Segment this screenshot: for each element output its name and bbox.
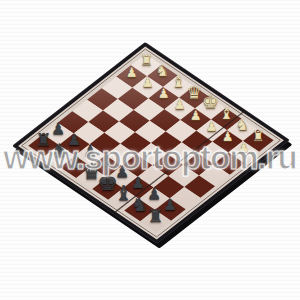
product-photo: ♜♞♝♛♚♝♞♜♟♟♟♟♟♟♟♟♟♟♟♟♟♟♟♟♜♞♝♛♚♝♞♜ www.spo… [0, 0, 300, 300]
watermark-text: www.sportoptom.ru [0, 139, 300, 177]
